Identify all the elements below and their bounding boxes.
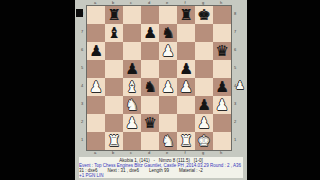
square-e5[interactable]: [159, 60, 177, 78]
chess-board[interactable]: ♜♜♚♝♟♞♟♟♛♟♟♟♝♞♟♟♟♞♟♟♟♛♟♜♞♜♚: [86, 5, 232, 151]
black-knight-e7: ♞: [161, 24, 174, 42]
black-pawn-d7: ♟: [143, 24, 156, 42]
square-a6[interactable]: ♟: [87, 42, 105, 60]
square-e3[interactable]: [159, 96, 177, 114]
square-f5[interactable]: ♟: [177, 60, 195, 78]
coord-label: h: [212, 150, 230, 155]
white-pawn-g2: ♟: [197, 114, 210, 132]
square-d2[interactable]: ♛: [141, 114, 159, 132]
white-pawn-e6: ♟: [161, 42, 174, 60]
square-e6[interactable]: ♟: [159, 42, 177, 60]
square-e4[interactable]: ♟: [159, 78, 177, 96]
black-pawn-c5: ♟: [125, 60, 138, 78]
square-f3[interactable]: [177, 96, 195, 114]
square-a3[interactable]: [87, 96, 105, 114]
coord-label: 8: [232, 5, 238, 23]
square-b8[interactable]: ♜: [105, 6, 123, 24]
square-b7[interactable]: ♝: [105, 24, 123, 42]
white-pawn-h3: ♟: [215, 96, 228, 114]
coord-label: 1: [232, 131, 238, 149]
square-d5[interactable]: [141, 60, 159, 78]
black-rook-f8: ♜: [179, 6, 192, 24]
square-b6[interactable]: [105, 42, 123, 60]
white-knight-e1: ♞: [161, 132, 174, 150]
coord-label: 5: [232, 59, 238, 77]
square-a4[interactable]: ♟: [87, 78, 105, 96]
square-d4[interactable]: ♞: [141, 78, 159, 96]
square-g6[interactable]: [195, 42, 213, 60]
square-b5[interactable]: [105, 60, 123, 78]
white-rook-b1: ♜: [107, 132, 120, 150]
black-pawn-h4: ♟: [215, 78, 228, 96]
square-d1[interactable]: [141, 132, 159, 150]
black-pawn-g3: ♟: [197, 96, 210, 114]
square-b1[interactable]: ♜: [105, 132, 123, 150]
square-f6[interactable]: [177, 42, 195, 60]
letterbox-right: [247, 0, 320, 180]
square-b3[interactable]: [105, 96, 123, 114]
coord-label: 7: [232, 23, 238, 41]
coord-label: 2: [232, 113, 238, 131]
white-knight-c3: ♞: [125, 96, 138, 114]
square-g3[interactable]: ♟: [195, 96, 213, 114]
coord-label: 7: [79, 23, 85, 41]
white-rook-f1: ♜: [179, 132, 192, 150]
pgn-link-line[interactable]: +1 PGN LIN: [79, 173, 243, 178]
square-d7[interactable]: ♟: [141, 24, 159, 42]
square-c7[interactable]: [123, 24, 141, 42]
black-rook-b8: ♜: [107, 6, 120, 24]
rank-labels-left: 87654321: [79, 5, 85, 151]
coord-label: a: [86, 150, 104, 155]
square-a2[interactable]: [87, 114, 105, 132]
square-a1[interactable]: [87, 132, 105, 150]
square-h2[interactable]: [213, 114, 231, 132]
black-pawn-f5: ♟: [179, 60, 192, 78]
square-g8[interactable]: ♚: [195, 6, 213, 24]
square-h3[interactable]: ♟: [213, 96, 231, 114]
square-d8[interactable]: [141, 6, 159, 24]
coord-label: g: [194, 150, 212, 155]
square-c5[interactable]: ♟: [123, 60, 141, 78]
letterbox-left: [0, 0, 75, 180]
black-knight-d4: ♞: [143, 78, 156, 96]
coord-label: 2: [79, 113, 85, 131]
material-pawn-icon: ♟: [233, 78, 247, 94]
coord-label: 5: [79, 59, 85, 77]
square-c3[interactable]: ♞: [123, 96, 141, 114]
square-g7[interactable]: [195, 24, 213, 42]
coord-label: 3: [79, 95, 85, 113]
square-e2[interactable]: [159, 114, 177, 132]
game-info-panel: Akobia 1, (141) - Nimzo 8 (111.5) [1-0] …: [79, 157, 243, 178]
square-d3[interactable]: [141, 96, 159, 114]
square-c2[interactable]: ♟: [123, 114, 141, 132]
coord-label: 6: [232, 41, 238, 59]
video-frame: abcdefgh 87654321 87654321 ♜♜♚♝♟♞♟♟♛♟♟♟♝…: [0, 0, 320, 180]
coord-label: 3: [232, 95, 238, 113]
square-f8[interactable]: ♜: [177, 6, 195, 24]
square-e8[interactable]: [159, 6, 177, 24]
square-b4[interactable]: [105, 78, 123, 96]
square-h5[interactable]: [213, 60, 231, 78]
square-g1[interactable]: ♚: [195, 132, 213, 150]
white-pawn-f4: ♟: [179, 78, 192, 96]
square-a8[interactable]: [87, 6, 105, 24]
black-queen-h6: ♛: [215, 42, 228, 60]
file-labels-bottom: abcdefgh: [86, 150, 232, 155]
square-a5[interactable]: [87, 60, 105, 78]
square-g4[interactable]: [195, 78, 213, 96]
black-bishop-b7: ♝: [107, 24, 120, 42]
square-h1[interactable]: [213, 132, 231, 150]
square-h8[interactable]: [213, 6, 231, 24]
square-h6[interactable]: ♛: [213, 42, 231, 60]
coord-label: b: [104, 150, 122, 155]
square-f7[interactable]: [177, 24, 195, 42]
black-pawn-a6: ♟: [89, 42, 102, 60]
side-to-move-indicator: [76, 9, 83, 17]
coord-label: f: [176, 150, 194, 155]
white-pawn-a4: ♟: [89, 78, 102, 96]
square-f1[interactable]: ♜: [177, 132, 195, 150]
black-king-g8: ♚: [197, 6, 210, 24]
square-e7[interactable]: ♞: [159, 24, 177, 42]
square-f4[interactable]: ♟: [177, 78, 195, 96]
black-queen-d2: ♛: [143, 114, 156, 132]
square-g5[interactable]: [195, 60, 213, 78]
square-a7[interactable]: [87, 24, 105, 42]
square-c4[interactable]: ♝: [123, 78, 141, 96]
square-c1[interactable]: [123, 132, 141, 150]
coord-label: e: [158, 150, 176, 155]
coord-label: 4: [79, 77, 85, 95]
square-h7[interactable]: [213, 24, 231, 42]
coord-label: 1: [79, 131, 85, 149]
square-d6[interactable]: [141, 42, 159, 60]
square-e1[interactable]: ♞: [159, 132, 177, 150]
white-pawn-e4: ♟: [161, 78, 174, 96]
square-g2[interactable]: ♟: [195, 114, 213, 132]
coord-label: c: [122, 150, 140, 155]
chess-gui-panel: abcdefgh 87654321 87654321 ♜♜♚♝♟♞♟♟♛♟♟♟♝…: [75, 0, 247, 180]
white-pawn-c2: ♟: [125, 114, 138, 132]
square-f2[interactable]: [177, 114, 195, 132]
square-c6[interactable]: [123, 42, 141, 60]
white-king-g1: ♚: [197, 132, 210, 150]
white-bishop-c4: ♝: [125, 78, 138, 96]
coord-label: d: [140, 150, 158, 155]
square-b2[interactable]: [105, 114, 123, 132]
square-c8[interactable]: [123, 6, 141, 24]
square-h4[interactable]: ♟: [213, 78, 231, 96]
coord-label: 6: [79, 41, 85, 59]
